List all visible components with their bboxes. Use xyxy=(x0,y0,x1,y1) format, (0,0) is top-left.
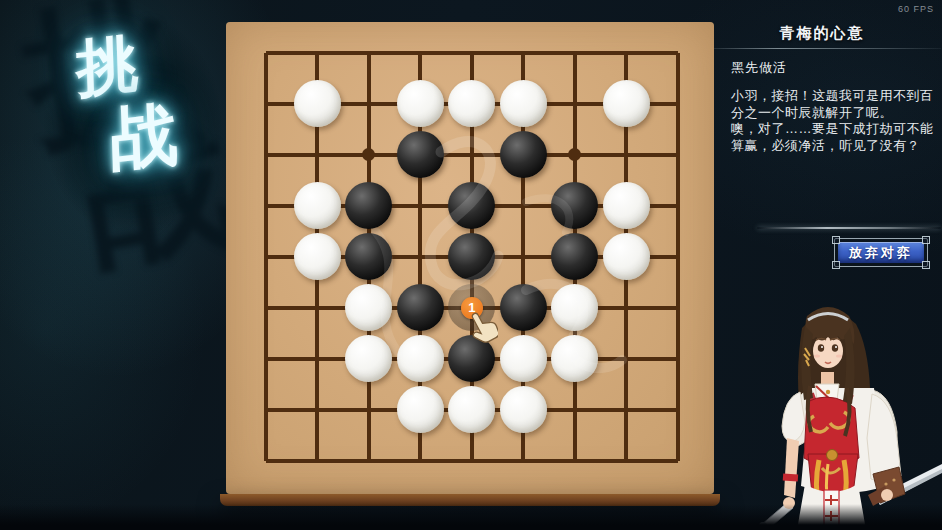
intersection-D3[interactable] xyxy=(395,333,447,384)
white-stone xyxy=(345,284,392,331)
intersection-E7[interactable] xyxy=(446,129,498,180)
black-stone xyxy=(500,131,547,178)
intersection-G2[interactable] xyxy=(549,384,601,435)
intersection-H3[interactable] xyxy=(601,333,653,384)
intersection-D7[interactable] xyxy=(395,129,447,180)
ornament-corner xyxy=(832,236,840,244)
intersection-D8[interactable] xyxy=(395,78,447,129)
intersection-F9[interactable] xyxy=(498,27,550,78)
black-stone xyxy=(500,284,547,331)
intersection-J9[interactable] xyxy=(652,27,704,78)
intersection-D9[interactable] xyxy=(395,27,447,78)
white-stone xyxy=(500,80,547,127)
white-stone xyxy=(397,386,444,433)
intersection-C6[interactable] xyxy=(343,180,395,231)
intersection-E9[interactable] xyxy=(446,27,498,78)
dialog-line: 小羽，接招！这题我可是用不到百 xyxy=(731,88,939,105)
intersection-F2[interactable] xyxy=(498,384,550,435)
white-stone xyxy=(603,80,650,127)
black-stone xyxy=(551,182,598,229)
banner-shadow-char-2: 战 xyxy=(68,81,251,306)
black-stone xyxy=(397,284,444,331)
intersection-D2[interactable] xyxy=(395,384,447,435)
intersection-H8[interactable] xyxy=(601,78,653,129)
star-point xyxy=(362,148,375,161)
intersection-C5[interactable] xyxy=(343,231,395,282)
white-stone xyxy=(448,80,495,127)
intersection-C2[interactable] xyxy=(343,384,395,435)
puzzle-title: 青梅的心意 xyxy=(722,24,922,43)
intersection-F4[interactable] xyxy=(498,282,550,333)
white-stone xyxy=(551,335,598,382)
white-stone xyxy=(551,284,598,331)
intersection-G4[interactable] xyxy=(549,282,601,333)
intersection-H4[interactable] xyxy=(601,282,653,333)
intersection-D4[interactable] xyxy=(395,282,447,333)
intersection-D6[interactable] xyxy=(395,180,447,231)
intersection-A2[interactable] xyxy=(240,384,292,435)
intersection-J4[interactable] xyxy=(652,282,704,333)
intersection-A1[interactable] xyxy=(240,435,292,486)
give-up-button-label: 放弃对弈 xyxy=(838,242,924,263)
intersection-F8[interactable] xyxy=(498,78,550,129)
black-stone xyxy=(551,233,598,280)
intersection-G5[interactable] xyxy=(549,231,601,282)
white-stone xyxy=(500,386,547,433)
intersection-E4[interactable]: 1 xyxy=(446,282,498,333)
dialog-line: 算赢，必须净活，听见了没有？ xyxy=(731,138,939,155)
white-stone xyxy=(294,233,341,280)
intersection-B3[interactable] xyxy=(292,333,344,384)
intersection-A4[interactable] xyxy=(240,282,292,333)
intersection-B4[interactable] xyxy=(292,282,344,333)
intersection-E2[interactable] xyxy=(446,384,498,435)
intersection-B5[interactable] xyxy=(292,231,344,282)
button-divider xyxy=(757,227,941,229)
black-stone xyxy=(397,131,444,178)
go-board: 1 xyxy=(226,22,714,494)
floor-shadow xyxy=(0,504,942,530)
intersection-F6[interactable] xyxy=(498,180,550,231)
intersection-A7[interactable] xyxy=(240,129,292,180)
white-stone xyxy=(294,80,341,127)
intersection-C1[interactable] xyxy=(343,435,395,486)
intersection-B9[interactable] xyxy=(292,27,344,78)
star-point xyxy=(568,148,581,161)
banner-char-2: 战 xyxy=(109,88,180,186)
dialog-line: 噢，对了……要是下成打劫可不能 xyxy=(731,121,939,138)
white-stone xyxy=(397,80,444,127)
give-up-button[interactable]: 放弃对弈 xyxy=(834,238,928,267)
banner-char-1: 挑 xyxy=(75,21,140,112)
intersection-G6[interactable] xyxy=(549,180,601,231)
puzzle-objective: 黑先做活 xyxy=(731,59,787,77)
black-stone xyxy=(448,182,495,229)
intersection-G9[interactable] xyxy=(549,27,601,78)
intersection-C8[interactable] xyxy=(343,78,395,129)
intersection-A3[interactable] xyxy=(240,333,292,384)
white-stone xyxy=(500,335,547,382)
intersection-J2[interactable] xyxy=(652,384,704,435)
white-stone xyxy=(603,182,650,229)
banner-shadow-char-1: 挑 xyxy=(10,0,193,185)
title-divider xyxy=(714,48,941,49)
intersection-G7[interactable] xyxy=(549,129,601,180)
intersection-J6[interactable] xyxy=(652,180,704,231)
intersection-E1[interactable] xyxy=(446,435,498,486)
intersection-C7[interactable] xyxy=(343,129,395,180)
intersection-D5[interactable] xyxy=(395,231,447,282)
intersection-C9[interactable] xyxy=(343,27,395,78)
challenge-banner: 挑 战 挑 战 xyxy=(18,0,238,280)
white-stone xyxy=(603,233,650,280)
intersection-B2[interactable] xyxy=(292,384,344,435)
game-screen: 挑 战 挑 战 60 FPS 1 青梅的心意 黑先做活 小羽，接招！这题我可是用… xyxy=(0,0,942,530)
go-board-grid: 1 xyxy=(240,27,704,486)
intersection-B8[interactable] xyxy=(292,78,344,129)
intersection-E8[interactable] xyxy=(446,78,498,129)
intersection-J8[interactable] xyxy=(652,78,704,129)
intersection-J3[interactable] xyxy=(652,333,704,384)
black-stone xyxy=(345,233,392,280)
white-stone xyxy=(294,182,341,229)
white-stone xyxy=(448,386,495,433)
black-stone xyxy=(448,233,495,280)
intersection-G1[interactable] xyxy=(549,435,601,486)
intersection-B7[interactable] xyxy=(292,129,344,180)
character-portrait xyxy=(758,288,942,530)
intersection-A9[interactable] xyxy=(240,27,292,78)
intersection-H2[interactable] xyxy=(601,384,653,435)
white-stone xyxy=(397,335,444,382)
ornament-corner xyxy=(922,236,930,244)
hand-cursor-icon xyxy=(468,309,498,347)
intersection-A6[interactable] xyxy=(240,180,292,231)
intersection-B1[interactable] xyxy=(292,435,344,486)
dialog-line: 分之一个时辰就解开了呢。 xyxy=(731,105,939,122)
white-stone xyxy=(345,335,392,382)
intersection-H5[interactable] xyxy=(601,231,653,282)
intersection-A5[interactable] xyxy=(240,231,292,282)
intersection-J7[interactable] xyxy=(652,129,704,180)
intersection-E5[interactable] xyxy=(446,231,498,282)
intersection-F5[interactable] xyxy=(498,231,550,282)
ornament-corner xyxy=(922,261,930,269)
intersection-A8[interactable] xyxy=(240,78,292,129)
intersection-D1[interactable] xyxy=(395,435,447,486)
black-stone xyxy=(345,182,392,229)
intersection-J1[interactable] xyxy=(652,435,704,486)
intersection-F7[interactable] xyxy=(498,129,550,180)
intersection-G3[interactable] xyxy=(549,333,601,384)
intersection-E6[interactable] xyxy=(446,180,498,231)
intersection-F1[interactable] xyxy=(498,435,550,486)
intersection-H6[interactable] xyxy=(601,180,653,231)
intersection-G8[interactable] xyxy=(549,78,601,129)
intersection-J5[interactable] xyxy=(652,231,704,282)
dialog-text: 小羽，接招！这题我可是用不到百 分之一个时辰就解开了呢。 噢，对了……要是下成打… xyxy=(731,88,939,154)
intersection-H1[interactable] xyxy=(601,435,653,486)
intersection-H9[interactable] xyxy=(601,27,653,78)
intersection-B6[interactable] xyxy=(292,180,344,231)
ornament-corner xyxy=(832,261,840,269)
intersection-F3[interactable] xyxy=(498,333,550,384)
intersection-C3[interactable] xyxy=(343,333,395,384)
intersection-C4[interactable] xyxy=(343,282,395,333)
fps-counter: 60 FPS xyxy=(898,4,934,14)
intersection-H7[interactable] xyxy=(601,129,653,180)
